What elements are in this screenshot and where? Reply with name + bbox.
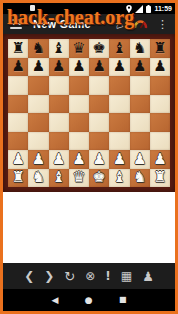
square-c4[interactable] <box>49 113 69 132</box>
white-pawn: ♟ <box>153 152 166 167</box>
chess-board: ♜♞♝♛♚♝♞♜♟♟♟♟♟♟♟♟♟♟♟♟♟♟♟♟♜♞♝♛♚♝♞♜ <box>8 39 170 187</box>
square-d1[interactable]: ♛ <box>69 169 89 188</box>
square-b3[interactable] <box>28 132 48 151</box>
square-c8[interactable]: ♝ <box>49 39 69 58</box>
status-bar: 11:59 <box>3 3 175 14</box>
redo-move-button[interactable]: ❯ <box>44 270 54 282</box>
menu-icon[interactable] <box>10 19 22 29</box>
white-knight: ♞ <box>32 170 45 185</box>
select-piece-button[interactable]: ♟ <box>142 270 154 283</box>
black-king: ♚ <box>92 41 105 56</box>
square-e7[interactable]: ♟ <box>89 58 109 77</box>
black-pawn: ♟ <box>52 59 65 74</box>
square-d7[interactable]: ♟ <box>69 58 89 77</box>
black-knight: ♞ <box>32 41 45 56</box>
square-e1[interactable]: ♚ <box>89 169 109 188</box>
white-queen: ♛ <box>72 170 85 185</box>
square-f5[interactable] <box>109 95 129 114</box>
square-h7[interactable]: ♟ <box>150 58 170 77</box>
square-h8[interactable]: ♜ <box>150 39 170 58</box>
game-toolbar: ❮ ❯ ↻ ⊗ ! ▦ ♟ <box>3 263 175 289</box>
square-g5[interactable] <box>130 95 150 114</box>
square-d4[interactable] <box>69 113 89 132</box>
square-e6[interactable] <box>89 76 109 95</box>
square-a6[interactable] <box>8 76 28 95</box>
content-area <box>3 192 175 263</box>
square-g8[interactable]: ♞ <box>130 39 150 58</box>
square-h6[interactable] <box>150 76 170 95</box>
square-b2[interactable]: ♟ <box>28 150 48 169</box>
nav-home-button[interactable]: ● <box>85 296 93 305</box>
square-e4[interactable] <box>89 113 109 132</box>
square-d8[interactable]: ♛ <box>69 39 89 58</box>
black-rook: ♜ <box>153 41 166 56</box>
white-pawn: ♟ <box>133 152 146 167</box>
square-b6[interactable] <box>28 76 48 95</box>
engine-stop-button[interactable]: ⊗ <box>85 270 95 282</box>
white-bishop: ♝ <box>113 170 126 185</box>
square-b4[interactable] <box>28 113 48 132</box>
square-d5[interactable] <box>69 95 89 114</box>
setup-board-button[interactable]: ▦ <box>121 270 132 282</box>
square-a1[interactable]: ♜ <box>8 169 28 188</box>
square-c7[interactable]: ♟ <box>49 58 69 77</box>
square-h4[interactable] <box>150 113 170 132</box>
white-rook: ♜ <box>153 170 166 185</box>
replay-game-button[interactable]: ↻ <box>64 270 75 283</box>
square-h2[interactable]: ♟ <box>150 150 170 169</box>
move-piece-icon[interactable]: ♙ <box>113 17 126 30</box>
square-f8[interactable]: ♝ <box>109 39 129 58</box>
black-pawn: ♟ <box>133 59 146 74</box>
white-pawn: ♟ <box>52 152 65 167</box>
square-b7[interactable]: ♟ <box>28 58 48 77</box>
square-g4[interactable] <box>130 113 150 132</box>
battery-icon <box>146 5 151 13</box>
undo-move-button[interactable]: ❮ <box>24 270 34 282</box>
status-time: 11:59 <box>154 5 172 12</box>
square-a7[interactable]: ♟ <box>8 58 28 77</box>
square-e8[interactable]: ♚ <box>89 39 109 58</box>
square-g1[interactable]: ♞ <box>130 169 150 188</box>
white-king: ♚ <box>92 170 105 185</box>
square-h5[interactable] <box>150 95 170 114</box>
square-a3[interactable] <box>8 132 28 151</box>
square-h1[interactable]: ♜ <box>150 169 170 188</box>
square-c6[interactable] <box>49 76 69 95</box>
black-pawn: ♟ <box>11 59 24 74</box>
square-a8[interactable]: ♜ <box>8 39 28 58</box>
square-c3[interactable] <box>49 132 69 151</box>
square-f4[interactable] <box>109 113 129 132</box>
square-d6[interactable] <box>69 76 89 95</box>
square-c5[interactable] <box>49 95 69 114</box>
app-bar: New Game ♙ ⋮ <box>3 14 175 34</box>
black-pawn: ♟ <box>153 59 166 74</box>
black-bishop: ♝ <box>52 41 65 56</box>
white-pawn: ♟ <box>92 152 105 167</box>
square-f1[interactable]: ♝ <box>109 169 129 188</box>
hint-button[interactable]: ! <box>105 270 110 282</box>
white-pawn: ♟ <box>11 152 24 167</box>
white-pawn: ♟ <box>113 152 126 167</box>
signal-icon <box>135 5 143 13</box>
square-e3[interactable] <box>89 132 109 151</box>
android-nav-bar: ◀ ● ■ <box>3 289 175 311</box>
square-a2[interactable]: ♟ <box>8 150 28 169</box>
overflow-menu-icon[interactable]: ⋮ <box>157 19 168 30</box>
square-a4[interactable] <box>8 113 28 132</box>
square-g3[interactable] <box>130 132 150 151</box>
engine-strength-gauge-icon[interactable] <box>133 19 148 29</box>
square-b5[interactable] <box>28 95 48 114</box>
notification-icon <box>30 5 35 11</box>
square-f3[interactable] <box>109 132 129 151</box>
square-f2[interactable]: ♟ <box>109 150 129 169</box>
black-knight: ♞ <box>133 41 146 56</box>
square-a5[interactable] <box>8 95 28 114</box>
square-d2[interactable]: ♟ <box>69 150 89 169</box>
square-g6[interactable] <box>130 76 150 95</box>
phone-screen: hack-cheat.org 11:59 New Game ♙ ⋮ ♜♞♝♛♚♝… <box>0 0 178 314</box>
black-pawn: ♟ <box>113 59 126 74</box>
square-g7[interactable]: ♟ <box>130 58 150 77</box>
white-pawn: ♟ <box>32 152 45 167</box>
square-c1[interactable]: ♝ <box>49 169 69 188</box>
square-g2[interactable]: ♟ <box>130 150 150 169</box>
nav-recents-button[interactable]: ■ <box>119 296 127 304</box>
black-pawn: ♟ <box>92 59 105 74</box>
black-rook: ♜ <box>11 41 24 56</box>
black-queen: ♛ <box>72 41 85 56</box>
black-pawn: ♟ <box>32 59 45 74</box>
square-h3[interactable] <box>150 132 170 151</box>
square-e5[interactable] <box>89 95 109 114</box>
square-e2[interactable]: ♟ <box>89 150 109 169</box>
square-d3[interactable] <box>69 132 89 151</box>
white-knight: ♞ <box>133 170 146 185</box>
square-b1[interactable]: ♞ <box>28 169 48 188</box>
white-pawn: ♟ <box>72 152 85 167</box>
square-f6[interactable] <box>109 76 129 95</box>
square-f7[interactable]: ♟ <box>109 58 129 77</box>
white-bishop: ♝ <box>52 170 65 185</box>
board-border: ♜♞♝♛♚♝♞♜♟♟♟♟♟♟♟♟♟♟♟♟♟♟♟♟♜♞♝♛♚♝♞♜ <box>3 34 175 192</box>
square-c2[interactable]: ♟ <box>49 150 69 169</box>
black-bishop: ♝ <box>113 41 126 56</box>
square-b8[interactable]: ♞ <box>28 39 48 58</box>
location-icon <box>126 5 132 13</box>
white-rook: ♜ <box>11 170 24 185</box>
black-pawn: ♟ <box>72 59 85 74</box>
page-title: New Game <box>33 18 114 30</box>
nav-back-button[interactable]: ◀ <box>51 296 58 305</box>
